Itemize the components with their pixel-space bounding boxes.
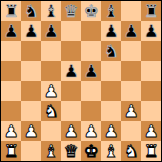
square-a4[interactable] (1, 81, 21, 101)
square-d3[interactable] (61, 101, 81, 121)
piece-white-queen[interactable]: ♛ (61, 141, 81, 161)
piece-white-pawn[interactable]: ♟ (61, 121, 81, 141)
piece-black-rook[interactable]: ♜ (1, 1, 21, 21)
piece-white-pawn[interactable]: ♟ (81, 121, 101, 141)
piece-black-bishop[interactable]: ♝ (41, 1, 61, 21)
square-g5[interactable] (121, 61, 141, 81)
square-d4[interactable] (61, 81, 81, 101)
board-frame: ♜♞♝♛♚♝♜♟♟♟♟♟♟♞♟♟♟♞♟♟♟♟♟♟♟♜♝♛♚♝♞♜ (0, 0, 162, 162)
piece-black-knight[interactable]: ♞ (101, 41, 121, 61)
square-c1[interactable]: ♝ (41, 141, 61, 161)
piece-white-king[interactable]: ♚ (81, 141, 101, 161)
square-c8[interactable]: ♝ (41, 1, 61, 21)
square-h1[interactable]: ♜ (141, 141, 161, 161)
square-f2[interactable]: ♟ (101, 121, 121, 141)
piece-black-pawn[interactable]: ♟ (41, 21, 61, 41)
square-c5[interactable] (41, 61, 61, 81)
square-a2[interactable]: ♟ (1, 121, 21, 141)
piece-black-knight[interactable]: ♞ (21, 1, 41, 21)
square-g3[interactable]: ♟ (121, 101, 141, 121)
square-f7[interactable]: ♟ (101, 21, 121, 41)
square-f6[interactable]: ♞ (101, 41, 121, 61)
piece-white-knight[interactable]: ♞ (121, 141, 141, 161)
piece-black-pawn[interactable]: ♟ (61, 61, 81, 81)
square-b5[interactable] (21, 61, 41, 81)
square-d1[interactable]: ♛ (61, 141, 81, 161)
piece-black-pawn[interactable]: ♟ (141, 21, 161, 41)
piece-white-rook[interactable]: ♜ (1, 141, 21, 161)
square-c4[interactable]: ♟ (41, 81, 61, 101)
piece-white-pawn[interactable]: ♟ (101, 121, 121, 141)
square-a5[interactable] (1, 61, 21, 81)
square-h3[interactable] (141, 101, 161, 121)
square-a6[interactable] (1, 41, 21, 61)
square-d2[interactable]: ♟ (61, 121, 81, 141)
square-a3[interactable] (1, 101, 21, 121)
square-b7[interactable]: ♟ (21, 21, 41, 41)
square-g8[interactable] (121, 1, 141, 21)
square-b6[interactable] (21, 41, 41, 61)
square-h7[interactable]: ♟ (141, 21, 161, 41)
square-g1[interactable]: ♞ (121, 141, 141, 161)
square-g4[interactable] (121, 81, 141, 101)
square-e8[interactable]: ♚ (81, 1, 101, 21)
piece-white-knight[interactable]: ♞ (41, 101, 61, 121)
square-f8[interactable]: ♝ (101, 1, 121, 21)
square-h8[interactable]: ♜ (141, 1, 161, 21)
piece-black-pawn[interactable]: ♟ (21, 21, 41, 41)
piece-white-rook[interactable]: ♜ (141, 141, 161, 161)
square-e1[interactable]: ♚ (81, 141, 101, 161)
square-b8[interactable]: ♞ (21, 1, 41, 21)
square-h4[interactable] (141, 81, 161, 101)
square-c3[interactable]: ♞ (41, 101, 61, 121)
piece-white-pawn[interactable]: ♟ (41, 81, 61, 101)
piece-black-queen[interactable]: ♛ (61, 1, 81, 21)
piece-black-pawn[interactable]: ♟ (121, 21, 141, 41)
piece-black-king[interactable]: ♚ (81, 1, 101, 21)
square-c7[interactable]: ♟ (41, 21, 61, 41)
piece-white-pawn[interactable]: ♟ (21, 121, 41, 141)
square-g7[interactable]: ♟ (121, 21, 141, 41)
square-g6[interactable] (121, 41, 141, 61)
piece-white-bishop[interactable]: ♝ (41, 141, 61, 161)
square-b3[interactable] (21, 101, 41, 121)
piece-black-rook[interactable]: ♜ (141, 1, 161, 21)
square-e5[interactable]: ♟ (81, 61, 101, 81)
square-f5[interactable] (101, 61, 121, 81)
square-e3[interactable] (81, 101, 101, 121)
square-a7[interactable]: ♟ (1, 21, 21, 41)
square-f1[interactable]: ♝ (101, 141, 121, 161)
square-b1[interactable] (21, 141, 41, 161)
square-h2[interactable]: ♟ (141, 121, 161, 141)
square-d8[interactable]: ♛ (61, 1, 81, 21)
square-b4[interactable] (21, 81, 41, 101)
square-c2[interactable] (41, 121, 61, 141)
square-a8[interactable]: ♜ (1, 1, 21, 21)
square-e4[interactable] (81, 81, 101, 101)
square-d7[interactable] (61, 21, 81, 41)
square-a1[interactable]: ♜ (1, 141, 21, 161)
piece-black-bishop[interactable]: ♝ (101, 1, 121, 21)
piece-white-bishop[interactable]: ♝ (101, 141, 121, 161)
square-g2[interactable] (121, 121, 141, 141)
square-h6[interactable] (141, 41, 161, 61)
piece-white-pawn[interactable]: ♟ (121, 101, 141, 121)
piece-white-pawn[interactable]: ♟ (141, 121, 161, 141)
square-e7[interactable] (81, 21, 101, 41)
square-f3[interactable] (101, 101, 121, 121)
square-d6[interactable] (61, 41, 81, 61)
piece-black-pawn[interactable]: ♟ (101, 21, 121, 41)
square-e6[interactable] (81, 41, 101, 61)
square-c6[interactable] (41, 41, 61, 61)
square-b2[interactable]: ♟ (21, 121, 41, 141)
square-d5[interactable]: ♟ (61, 61, 81, 81)
piece-black-pawn[interactable]: ♟ (81, 61, 101, 81)
square-h5[interactable] (141, 61, 161, 81)
piece-black-pawn[interactable]: ♟ (1, 21, 21, 41)
square-e2[interactable]: ♟ (81, 121, 101, 141)
chess-board: ♜♞♝♛♚♝♜♟♟♟♟♟♟♞♟♟♟♞♟♟♟♟♟♟♟♜♝♛♚♝♞♜ (1, 1, 161, 161)
piece-white-pawn[interactable]: ♟ (1, 121, 21, 141)
square-f4[interactable] (101, 81, 121, 101)
